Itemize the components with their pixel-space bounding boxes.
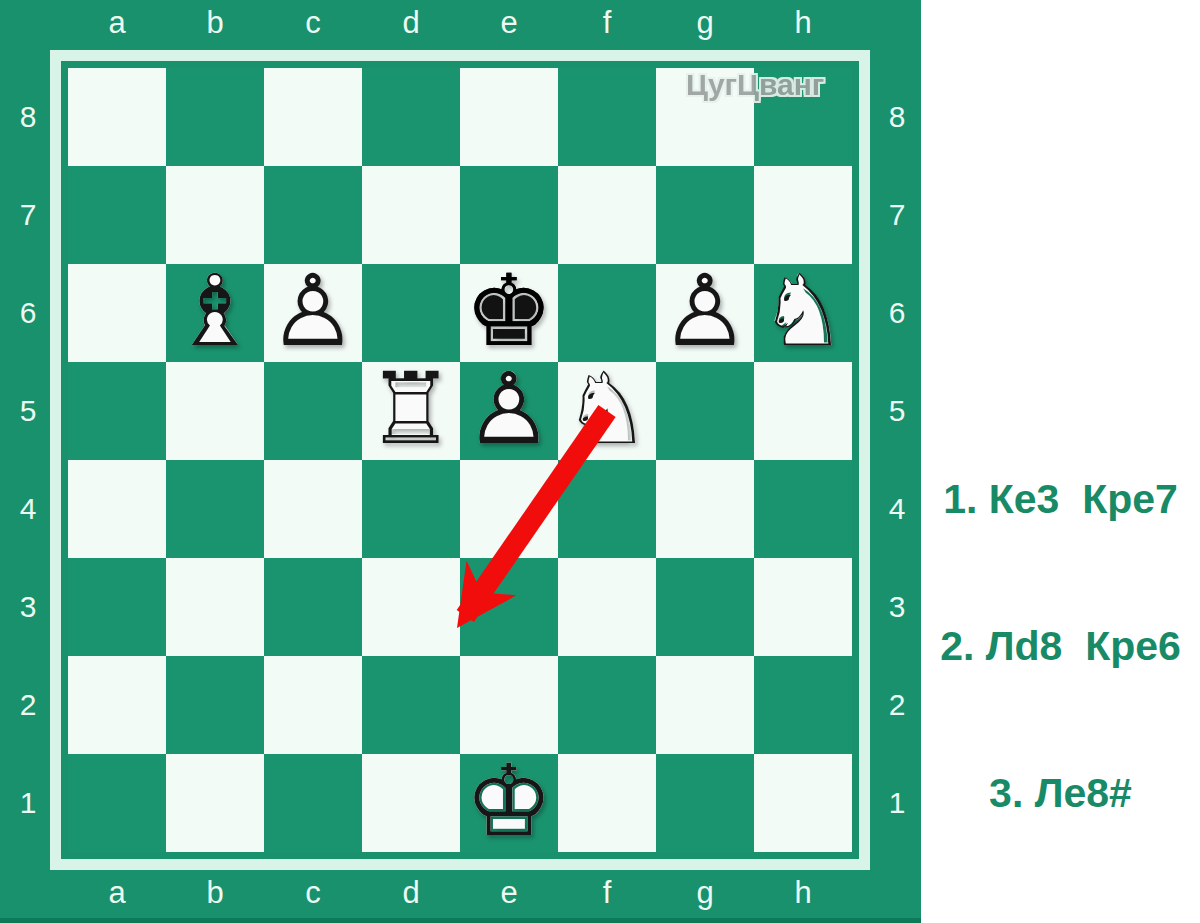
square-g5 — [656, 362, 754, 460]
file-label-top-d: d — [362, 3, 460, 43]
square-e6 — [460, 264, 558, 362]
square-d5 — [362, 362, 460, 460]
square-h1 — [754, 754, 852, 852]
square-a2 — [68, 656, 166, 754]
square-f1 — [558, 754, 656, 852]
square-a3 — [68, 558, 166, 656]
square-h6 — [754, 264, 852, 362]
chess-board — [68, 68, 852, 852]
rank-label-right-3: 3 — [875, 558, 919, 656]
square-e2 — [460, 656, 558, 754]
square-f6 — [558, 264, 656, 362]
square-c4 — [264, 460, 362, 558]
square-d4 — [362, 460, 460, 558]
rank-label-left-2: 2 — [6, 656, 50, 754]
square-f4 — [558, 460, 656, 558]
square-d1 — [362, 754, 460, 852]
file-label-bottom-h: h — [754, 873, 852, 913]
rank-label-left-1: 1 — [6, 754, 50, 852]
square-b2 — [166, 656, 264, 754]
rank-label-left-5: 5 — [6, 362, 50, 460]
square-h4 — [754, 460, 852, 558]
rank-label-right-1: 1 — [875, 754, 919, 852]
move-line-3: 3. Ле8# — [921, 769, 1200, 818]
bottom-shadow — [0, 918, 921, 923]
square-b1 — [166, 754, 264, 852]
square-a7 — [68, 166, 166, 264]
square-b6 — [166, 264, 264, 362]
square-d6 — [362, 264, 460, 362]
square-e3 — [460, 558, 558, 656]
square-c7 — [264, 166, 362, 264]
file-label-bottom-e: e — [460, 873, 558, 913]
file-label-top-g: g — [656, 3, 754, 43]
square-f8 — [558, 68, 656, 166]
square-a4 — [68, 460, 166, 558]
square-d7 — [362, 166, 460, 264]
square-c2 — [264, 656, 362, 754]
square-h2 — [754, 656, 852, 754]
rank-label-left-4: 4 — [6, 460, 50, 558]
square-c1 — [264, 754, 362, 852]
square-b5 — [166, 362, 264, 460]
square-h7 — [754, 166, 852, 264]
rank-label-left-8: 8 — [6, 68, 50, 166]
square-b4 — [166, 460, 264, 558]
file-label-bottom-g: g — [656, 873, 754, 913]
square-e4 — [460, 460, 558, 558]
rank-label-left-6: 6 — [6, 264, 50, 362]
square-b3 — [166, 558, 264, 656]
board-frame — [50, 50, 870, 870]
file-label-top-c: c — [264, 3, 362, 43]
file-label-bottom-c: c — [264, 873, 362, 913]
file-label-top-a: a — [68, 3, 166, 43]
square-g3 — [656, 558, 754, 656]
rank-label-right-6: 6 — [875, 264, 919, 362]
square-c8 — [264, 68, 362, 166]
square-d2 — [362, 656, 460, 754]
square-g2 — [656, 656, 754, 754]
file-label-top-f: f — [558, 3, 656, 43]
site-watermark: ЦугЦванг — [686, 68, 824, 102]
file-label-bottom-b: b — [166, 873, 264, 913]
square-f2 — [558, 656, 656, 754]
square-g4 — [656, 460, 754, 558]
solution-panel: 1. Ке3 Кре7 2. Лd8 Кре6 3. Ле8# — [921, 0, 1200, 923]
square-g1 — [656, 754, 754, 852]
solution-moves: 1. Ке3 Кре7 2. Лd8 Кре6 3. Ле8# — [921, 377, 1200, 916]
page: ♝♗♟♙♚♔♟♙♞♘♜♖♟♙♞♘♚♔ ЦугЦванг aabbccddeeff… — [0, 0, 1200, 923]
square-a1 — [68, 754, 166, 852]
rank-label-left-3: 3 — [6, 558, 50, 656]
square-d8 — [362, 68, 460, 166]
square-a5 — [68, 362, 166, 460]
square-c3 — [264, 558, 362, 656]
file-label-top-h: h — [754, 3, 852, 43]
file-label-top-e: e — [460, 3, 558, 43]
rank-label-right-2: 2 — [875, 656, 919, 754]
file-label-bottom-a: a — [68, 873, 166, 913]
square-f3 — [558, 558, 656, 656]
square-a6 — [68, 264, 166, 362]
square-e7 — [460, 166, 558, 264]
square-e1 — [460, 754, 558, 852]
rank-label-right-7: 7 — [875, 166, 919, 264]
square-e8 — [460, 68, 558, 166]
square-b8 — [166, 68, 264, 166]
square-f7 — [558, 166, 656, 264]
square-c5 — [264, 362, 362, 460]
rank-label-right-8: 8 — [875, 68, 919, 166]
file-label-bottom-f: f — [558, 873, 656, 913]
move-line-2: 2. Лd8 Кре6 — [921, 622, 1200, 671]
chess-board-panel: ♝♗♟♙♚♔♟♙♞♘♜♖♟♙♞♘♚♔ ЦугЦванг aabbccddeeff… — [0, 0, 921, 923]
move-line-1: 1. Ке3 Кре7 — [921, 475, 1200, 524]
square-c6 — [264, 264, 362, 362]
square-h5 — [754, 362, 852, 460]
square-g7 — [656, 166, 754, 264]
square-d3 — [362, 558, 460, 656]
rank-label-right-4: 4 — [875, 460, 919, 558]
square-a8 — [68, 68, 166, 166]
square-h3 — [754, 558, 852, 656]
rank-label-left-7: 7 — [6, 166, 50, 264]
square-g6 — [656, 264, 754, 362]
square-f5 — [558, 362, 656, 460]
file-label-bottom-d: d — [362, 873, 460, 913]
file-label-top-b: b — [166, 3, 264, 43]
rank-label-right-5: 5 — [875, 362, 919, 460]
square-e5 — [460, 362, 558, 460]
square-b7 — [166, 166, 264, 264]
